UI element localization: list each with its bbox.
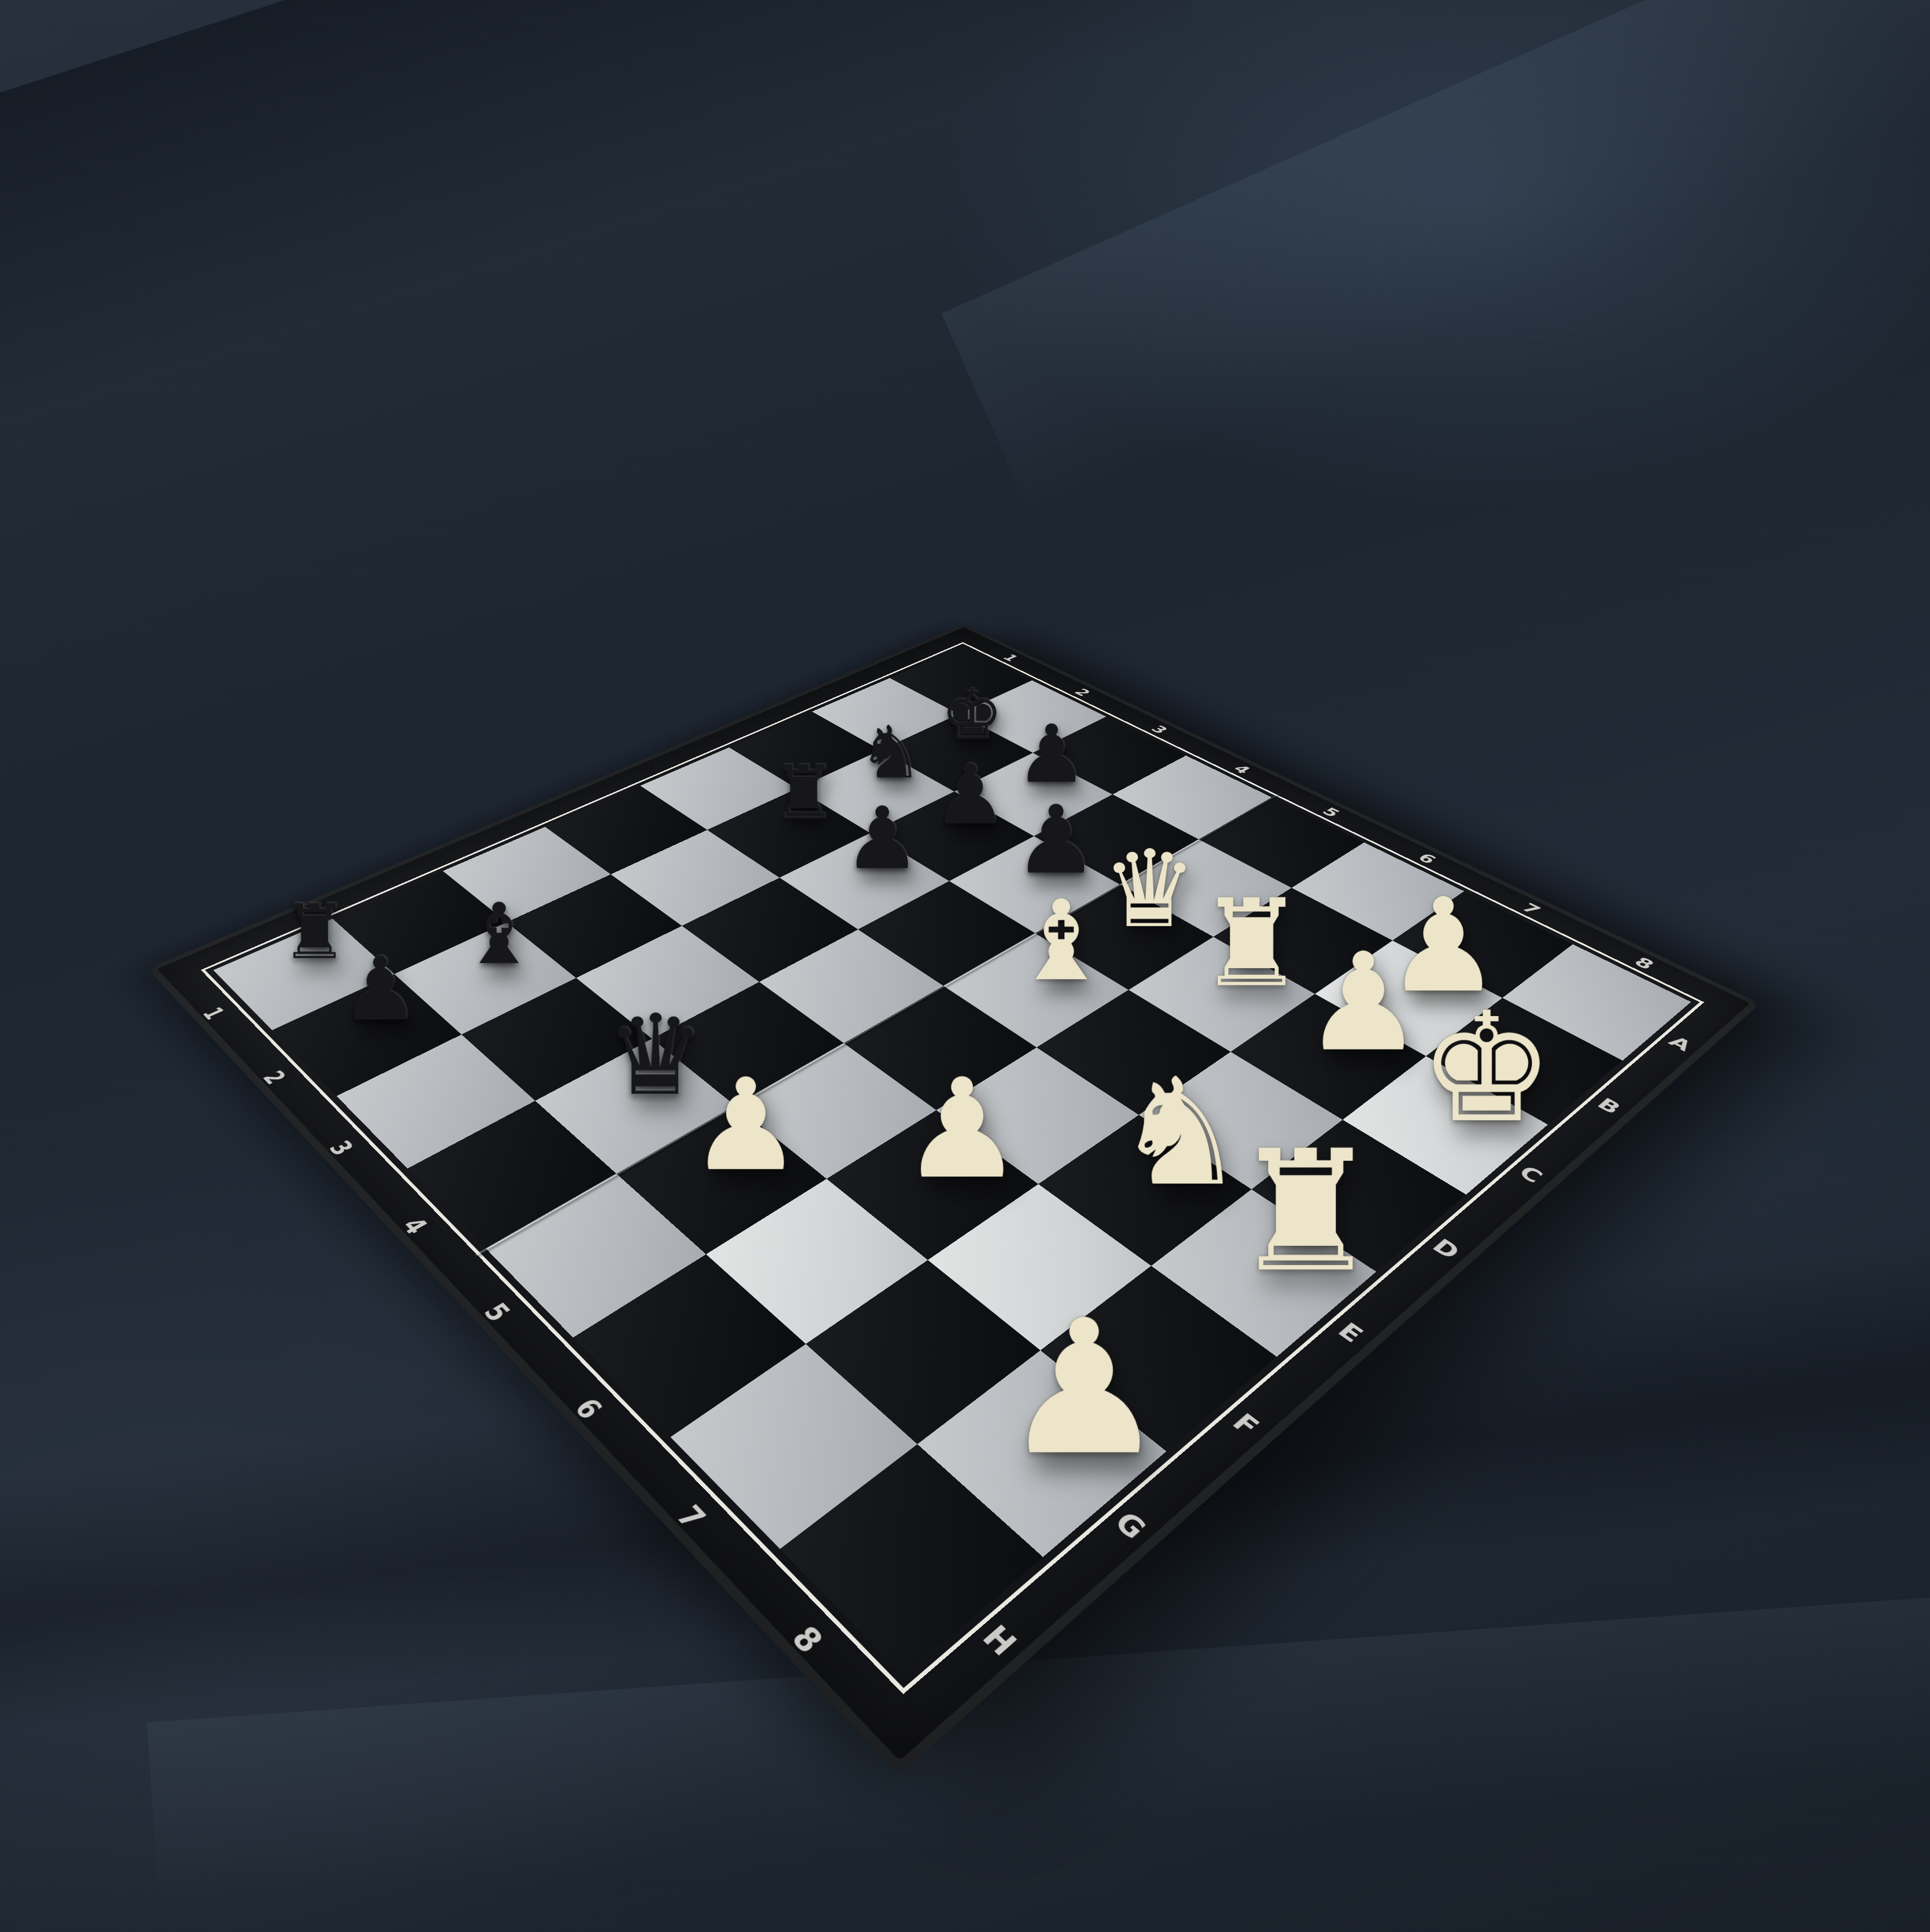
- black-knight-c2: ♞: [858, 716, 923, 789]
- white-queen-c5: ♛: [1102, 836, 1197, 943]
- black-pawn-c3: ♟: [933, 753, 1007, 836]
- black-bishop-g2: ♝: [461, 892, 537, 976]
- white-pawn-g5: ♟: [689, 1062, 803, 1189]
- black-pawn-b3: ♟: [1016, 714, 1087, 794]
- white-knight-e7: ♞: [1114, 1058, 1246, 1207]
- board-grid: ♜♟♝♜♞♚♟♟♟♛♟♟♝♛♟♜♞♟♟♟♜♚: [213, 647, 1691, 1676]
- black-rook-d2: ♜: [770, 756, 837, 831]
- white-king-c8: ♚: [1419, 992, 1555, 1143]
- black-pawn-d3: ♟: [844, 795, 921, 881]
- white-pawn-c7: ♟: [1303, 935, 1424, 1070]
- white-bishop-d5: ♝: [1011, 885, 1111, 996]
- white-rook-e8: ♜: [1231, 1128, 1381, 1295]
- fabric-fold: [941, 0, 1930, 589]
- chess-board: ♜♟♝♜♞♚♟♟♟♛♟♟♝♛♟♜♞♟♟♟♜♚ 1234567812345678H…: [147, 624, 1760, 1776]
- white-rook-c6: ♜: [1198, 883, 1305, 1003]
- white-pawn-g8: ♟: [1001, 1295, 1168, 1480]
- black-rook-h1: ♜: [281, 894, 348, 970]
- black-pawn-h2: ♟: [341, 945, 419, 1033]
- black-pawn-c4: ♟: [1014, 793, 1098, 887]
- white-pawn-f6: ♟: [901, 1060, 1024, 1198]
- fabric-fold: [0, 0, 1244, 568]
- photo-scene: ♜♟♝♜♞♚♟♟♟♛♟♟♝♛♟♜♞♟♟♟♜♚ 1234567812345678H…: [0, 0, 1930, 1932]
- black-king-b2: ♚: [941, 680, 1003, 750]
